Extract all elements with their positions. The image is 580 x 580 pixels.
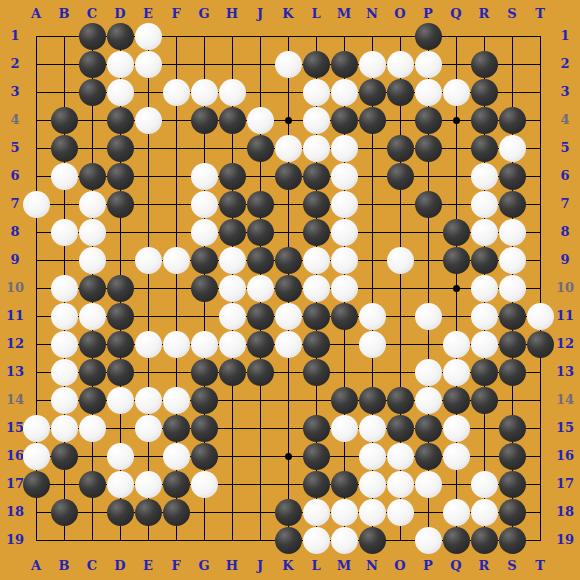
white-stone-M7[interactable]	[331, 191, 358, 218]
white-stone-N18[interactable]	[359, 499, 386, 526]
black-stone-L15[interactable]	[303, 415, 330, 442]
black-stone-H7[interactable]	[219, 191, 246, 218]
white-stone-O9[interactable]	[387, 247, 414, 274]
white-stone-O18[interactable]	[387, 499, 414, 526]
black-stone-P4[interactable]	[415, 107, 442, 134]
white-stone-F14[interactable]	[163, 387, 190, 414]
white-stone-M6[interactable]	[331, 163, 358, 190]
black-stone-C14[interactable]	[79, 387, 106, 414]
row-label-left: 14	[3, 392, 27, 408]
black-stone-K6[interactable]	[275, 163, 302, 190]
row-label-right: 2	[553, 56, 577, 72]
white-stone-R6[interactable]	[471, 163, 498, 190]
column-label-top: A	[24, 6, 48, 22]
white-stone-S5[interactable]	[499, 135, 526, 162]
black-stone-C17[interactable]	[79, 471, 106, 498]
black-stone-S7[interactable]	[499, 191, 526, 218]
black-stone-J13[interactable]	[247, 359, 274, 386]
star-point	[285, 117, 292, 124]
row-label-right: 16	[553, 448, 577, 464]
white-stone-L4[interactable]	[303, 107, 330, 134]
white-stone-G6[interactable]	[191, 163, 218, 190]
white-stone-M3[interactable]	[331, 79, 358, 106]
black-stone-S11[interactable]	[499, 303, 526, 330]
column-label-bottom: D	[108, 558, 132, 574]
black-stone-J9[interactable]	[247, 247, 274, 274]
column-label-top: N	[360, 6, 384, 22]
row-label-right: 4	[553, 112, 577, 128]
white-stone-M15[interactable]	[331, 415, 358, 442]
black-stone-N4[interactable]	[359, 107, 386, 134]
row-label-left: 3	[3, 84, 27, 100]
row-label-right: 11	[553, 308, 577, 324]
black-stone-K19[interactable]	[275, 527, 302, 554]
black-stone-D7[interactable]	[107, 191, 134, 218]
black-stone-D13[interactable]	[107, 359, 134, 386]
black-stone-R2[interactable]	[471, 51, 498, 78]
black-stone-J7[interactable]	[247, 191, 274, 218]
black-stone-S6[interactable]	[499, 163, 526, 190]
row-label-right: 13	[553, 364, 577, 380]
row-label-right: 1	[553, 28, 577, 44]
column-label-top: R	[472, 6, 496, 22]
white-stone-E2[interactable]	[135, 51, 162, 78]
column-label-top: L	[304, 6, 328, 22]
white-stone-F16[interactable]	[163, 443, 190, 470]
row-label-right: 17	[553, 476, 577, 492]
column-label-bottom: T	[528, 558, 552, 574]
white-stone-Q18[interactable]	[443, 499, 470, 526]
white-stone-D3[interactable]	[107, 79, 134, 106]
black-stone-O5[interactable]	[387, 135, 414, 162]
white-stone-B12[interactable]	[51, 331, 78, 358]
star-point	[453, 117, 460, 124]
white-stone-B8[interactable]	[51, 219, 78, 246]
white-stone-B14[interactable]	[51, 387, 78, 414]
black-stone-T12[interactable]	[527, 331, 554, 358]
black-stone-D18[interactable]	[107, 499, 134, 526]
white-stone-G12[interactable]	[191, 331, 218, 358]
black-stone-L2[interactable]	[303, 51, 330, 78]
black-stone-D11[interactable]	[107, 303, 134, 330]
black-stone-L17[interactable]	[303, 471, 330, 498]
column-label-top: E	[136, 6, 160, 22]
white-stone-K5[interactable]	[275, 135, 302, 162]
black-stone-D1[interactable]	[107, 23, 134, 50]
column-label-bottom: P	[416, 558, 440, 574]
white-stone-G3[interactable]	[191, 79, 218, 106]
star-point	[285, 453, 292, 460]
row-label-right: 19	[553, 532, 577, 548]
white-stone-A7[interactable]	[23, 191, 50, 218]
black-stone-P1[interactable]	[415, 23, 442, 50]
black-stone-Q14[interactable]	[443, 387, 470, 414]
column-label-top: G	[192, 6, 216, 22]
black-stone-R3[interactable]	[471, 79, 498, 106]
black-stone-C10[interactable]	[79, 275, 106, 302]
star-point	[453, 285, 460, 292]
white-stone-H10[interactable]	[219, 275, 246, 302]
column-label-bottom: A	[24, 558, 48, 574]
black-stone-E18[interactable]	[135, 499, 162, 526]
black-stone-G13[interactable]	[191, 359, 218, 386]
column-label-top: F	[164, 6, 188, 22]
row-label-right: 5	[553, 140, 577, 156]
black-stone-M11[interactable]	[331, 303, 358, 330]
white-stone-N15[interactable]	[359, 415, 386, 442]
row-label-right: 7	[553, 196, 577, 212]
white-stone-R7[interactable]	[471, 191, 498, 218]
column-label-top: P	[416, 6, 440, 22]
white-stone-C8[interactable]	[79, 219, 106, 246]
white-stone-D2[interactable]	[107, 51, 134, 78]
row-label-left: 5	[3, 140, 27, 156]
white-stone-H12[interactable]	[219, 331, 246, 358]
white-stone-O17[interactable]	[387, 471, 414, 498]
white-stone-O16[interactable]	[387, 443, 414, 470]
white-stone-B13[interactable]	[51, 359, 78, 386]
black-stone-S12[interactable]	[499, 331, 526, 358]
column-label-top: C	[80, 6, 104, 22]
black-stone-N14[interactable]	[359, 387, 386, 414]
black-stone-D4[interactable]	[107, 107, 134, 134]
black-stone-B18[interactable]	[51, 499, 78, 526]
column-label-top: O	[388, 6, 412, 22]
row-label-left: 12	[3, 336, 27, 352]
white-stone-P2[interactable]	[415, 51, 442, 78]
column-label-bottom: O	[388, 558, 412, 574]
white-stone-A15[interactable]	[23, 415, 50, 442]
black-stone-J11[interactable]	[247, 303, 274, 330]
black-stone-N19[interactable]	[359, 527, 386, 554]
black-stone-G9[interactable]	[191, 247, 218, 274]
white-stone-L3[interactable]	[303, 79, 330, 106]
column-label-bottom: G	[192, 558, 216, 574]
column-label-bottom: C	[80, 558, 104, 574]
column-label-top: H	[220, 6, 244, 22]
white-stone-R12[interactable]	[471, 331, 498, 358]
row-label-left: 18	[3, 504, 27, 520]
row-label-left: 4	[3, 112, 27, 128]
column-label-bottom: E	[136, 558, 160, 574]
white-stone-R11[interactable]	[471, 303, 498, 330]
white-stone-F9[interactable]	[163, 247, 190, 274]
black-stone-L8[interactable]	[303, 219, 330, 246]
black-stone-S17[interactable]	[499, 471, 526, 498]
black-stone-Q19[interactable]	[443, 527, 470, 554]
black-stone-H13[interactable]	[219, 359, 246, 386]
white-stone-B15[interactable]	[51, 415, 78, 442]
white-stone-B10[interactable]	[51, 275, 78, 302]
row-label-left: 19	[3, 532, 27, 548]
column-label-top: J	[248, 6, 272, 22]
white-stone-D17[interactable]	[107, 471, 134, 498]
white-stone-M8[interactable]	[331, 219, 358, 246]
white-stone-S8[interactable]	[499, 219, 526, 246]
white-stone-L19[interactable]	[303, 527, 330, 554]
white-stone-R17[interactable]	[471, 471, 498, 498]
black-stone-J5[interactable]	[247, 135, 274, 162]
white-stone-M19[interactable]	[331, 527, 358, 554]
white-stone-E4[interactable]	[135, 107, 162, 134]
column-label-bottom: R	[472, 558, 496, 574]
white-stone-T11[interactable]	[527, 303, 554, 330]
column-label-top: S	[500, 6, 524, 22]
white-stone-J4[interactable]	[247, 107, 274, 134]
white-stone-D14[interactable]	[107, 387, 134, 414]
column-label-bottom: Q	[444, 558, 468, 574]
white-stone-M18[interactable]	[331, 499, 358, 526]
row-label-left: 13	[3, 364, 27, 380]
black-stone-P7[interactable]	[415, 191, 442, 218]
white-stone-P17[interactable]	[415, 471, 442, 498]
black-stone-M2[interactable]	[331, 51, 358, 78]
black-stone-J12[interactable]	[247, 331, 274, 358]
black-stone-G15[interactable]	[191, 415, 218, 442]
black-stone-C1[interactable]	[79, 23, 106, 50]
black-stone-S18[interactable]	[499, 499, 526, 526]
row-label-right: 14	[553, 392, 577, 408]
row-label-right: 10	[553, 280, 577, 296]
white-stone-H3[interactable]	[219, 79, 246, 106]
black-stone-D10[interactable]	[107, 275, 134, 302]
white-stone-L18[interactable]	[303, 499, 330, 526]
row-label-right: 15	[553, 420, 577, 436]
white-stone-M9[interactable]	[331, 247, 358, 274]
row-label-right: 12	[553, 336, 577, 352]
black-stone-P16[interactable]	[415, 443, 442, 470]
white-stone-K11[interactable]	[275, 303, 302, 330]
black-stone-H8[interactable]	[219, 219, 246, 246]
white-stone-P3[interactable]	[415, 79, 442, 106]
black-stone-B4[interactable]	[51, 107, 78, 134]
black-stone-G4[interactable]	[191, 107, 218, 134]
black-stone-R14[interactable]	[471, 387, 498, 414]
white-stone-E15[interactable]	[135, 415, 162, 442]
white-stone-D16[interactable]	[107, 443, 134, 470]
black-stone-D5[interactable]	[107, 135, 134, 162]
white-stone-G7[interactable]	[191, 191, 218, 218]
black-stone-L16[interactable]	[303, 443, 330, 470]
black-stone-R13[interactable]	[471, 359, 498, 386]
row-label-left: 8	[3, 224, 27, 240]
black-stone-B16[interactable]	[51, 443, 78, 470]
white-stone-B6[interactable]	[51, 163, 78, 190]
black-stone-O3[interactable]	[387, 79, 414, 106]
white-stone-R8[interactable]	[471, 219, 498, 246]
white-stone-F12[interactable]	[163, 331, 190, 358]
black-stone-S13[interactable]	[499, 359, 526, 386]
white-stone-G17[interactable]	[191, 471, 218, 498]
white-stone-H11[interactable]	[219, 303, 246, 330]
white-stone-N2[interactable]	[359, 51, 386, 78]
black-stone-C3[interactable]	[79, 79, 106, 106]
row-label-right: 3	[553, 84, 577, 100]
black-stone-F18[interactable]	[163, 499, 190, 526]
black-stone-F15[interactable]	[163, 415, 190, 442]
white-stone-Q3[interactable]	[443, 79, 470, 106]
black-stone-M4[interactable]	[331, 107, 358, 134]
white-stone-E17[interactable]	[135, 471, 162, 498]
black-stone-G10[interactable]	[191, 275, 218, 302]
black-stone-S19[interactable]	[499, 527, 526, 554]
black-stone-P15[interactable]	[415, 415, 442, 442]
white-stone-N16[interactable]	[359, 443, 386, 470]
column-label-bottom: S	[500, 558, 524, 574]
row-label-right: 9	[553, 252, 577, 268]
white-stone-G8[interactable]	[191, 219, 218, 246]
white-stone-Q12[interactable]	[443, 331, 470, 358]
white-stone-E1[interactable]	[135, 23, 162, 50]
white-stone-B11[interactable]	[51, 303, 78, 330]
black-stone-C13[interactable]	[79, 359, 106, 386]
white-stone-C7[interactable]	[79, 191, 106, 218]
black-stone-L11[interactable]	[303, 303, 330, 330]
row-label-left: 2	[3, 56, 27, 72]
black-stone-C6[interactable]	[79, 163, 106, 190]
white-stone-R18[interactable]	[471, 499, 498, 526]
black-stone-Q9[interactable]	[443, 247, 470, 274]
black-stone-R5[interactable]	[471, 135, 498, 162]
white-stone-C11[interactable]	[79, 303, 106, 330]
black-stone-J8[interactable]	[247, 219, 274, 246]
white-stone-R10[interactable]	[471, 275, 498, 302]
white-stone-P19[interactable]	[415, 527, 442, 554]
black-stone-L13[interactable]	[303, 359, 330, 386]
black-stone-Q8[interactable]	[443, 219, 470, 246]
white-stone-C9[interactable]	[79, 247, 106, 274]
row-label-right: 6	[553, 168, 577, 184]
black-stone-S15[interactable]	[499, 415, 526, 442]
black-stone-M14[interactable]	[331, 387, 358, 414]
row-label-left: 1	[3, 28, 27, 44]
black-stone-D6[interactable]	[107, 163, 134, 190]
black-stone-L12[interactable]	[303, 331, 330, 358]
white-stone-Q16[interactable]	[443, 443, 470, 470]
column-label-bottom: H	[220, 558, 244, 574]
white-stone-K12[interactable]	[275, 331, 302, 358]
white-stone-L10[interactable]	[303, 275, 330, 302]
white-stone-H9[interactable]	[219, 247, 246, 274]
white-stone-S10[interactable]	[499, 275, 526, 302]
black-stone-H6[interactable]	[219, 163, 246, 190]
white-stone-O2[interactable]	[387, 51, 414, 78]
white-stone-L5[interactable]	[303, 135, 330, 162]
black-stone-C2[interactable]	[79, 51, 106, 78]
white-stone-Q15[interactable]	[443, 415, 470, 442]
row-label-left: 10	[3, 280, 27, 296]
column-label-bottom: F	[164, 558, 188, 574]
column-label-bottom: L	[304, 558, 328, 574]
black-stone-R9[interactable]	[471, 247, 498, 274]
white-stone-L9[interactable]	[303, 247, 330, 274]
column-label-bottom: K	[276, 558, 300, 574]
row-label-left: 9	[3, 252, 27, 268]
black-stone-O6[interactable]	[387, 163, 414, 190]
row-label-right: 8	[553, 224, 577, 240]
white-stone-C15[interactable]	[79, 415, 106, 442]
white-stone-Q13[interactable]	[443, 359, 470, 386]
white-stone-E9[interactable]	[135, 247, 162, 274]
white-stone-F3[interactable]	[163, 79, 190, 106]
white-stone-E12[interactable]	[135, 331, 162, 358]
white-stone-K2[interactable]	[275, 51, 302, 78]
white-stone-N17[interactable]	[359, 471, 386, 498]
black-stone-L7[interactable]	[303, 191, 330, 218]
black-stone-H4[interactable]	[219, 107, 246, 134]
black-stone-O14[interactable]	[387, 387, 414, 414]
white-stone-E14[interactable]	[135, 387, 162, 414]
white-stone-N11[interactable]	[359, 303, 386, 330]
black-stone-S16[interactable]	[499, 443, 526, 470]
black-stone-G16[interactable]	[191, 443, 218, 470]
column-label-top: B	[52, 6, 76, 22]
white-stone-M5[interactable]	[331, 135, 358, 162]
black-stone-O15[interactable]	[387, 415, 414, 442]
column-label-bottom: N	[360, 558, 384, 574]
row-label-left: 11	[3, 308, 27, 324]
black-stone-M17[interactable]	[331, 471, 358, 498]
black-stone-D12[interactable]	[107, 331, 134, 358]
column-label-top: Q	[444, 6, 468, 22]
black-stone-K18[interactable]	[275, 499, 302, 526]
black-stone-K9[interactable]	[275, 247, 302, 274]
black-stone-F17[interactable]	[163, 471, 190, 498]
black-stone-C12[interactable]	[79, 331, 106, 358]
white-stone-P13[interactable]	[415, 359, 442, 386]
black-stone-B5[interactable]	[51, 135, 78, 162]
white-stone-M10[interactable]	[331, 275, 358, 302]
column-label-bottom: M	[332, 558, 356, 574]
black-stone-N3[interactable]	[359, 79, 386, 106]
black-stone-A17[interactable]	[23, 471, 50, 498]
black-stone-S4[interactable]	[499, 107, 526, 134]
black-stone-R4[interactable]	[471, 107, 498, 134]
white-stone-P14[interactable]	[415, 387, 442, 414]
black-stone-R19[interactable]	[471, 527, 498, 554]
column-label-top: M	[332, 6, 356, 22]
column-label-top: D	[108, 6, 132, 22]
go-board: AABBCCDDEEFFGGHHJJKKLLMMNNOOPPQQRRSSTT11…	[0, 0, 580, 580]
black-stone-L6[interactable]	[303, 163, 330, 190]
black-stone-G14[interactable]	[191, 387, 218, 414]
black-stone-K10[interactable]	[275, 275, 302, 302]
grid-line-vertical	[540, 36, 541, 541]
white-stone-S9[interactable]	[499, 247, 526, 274]
column-label-top: K	[276, 6, 300, 22]
white-stone-N12[interactable]	[359, 331, 386, 358]
white-stone-A16[interactable]	[23, 443, 50, 470]
row-label-right: 18	[553, 504, 577, 520]
column-label-top: T	[528, 6, 552, 22]
column-label-bottom: B	[52, 558, 76, 574]
column-label-bottom: J	[248, 558, 272, 574]
white-stone-P11[interactable]	[415, 303, 442, 330]
row-label-left: 6	[3, 168, 27, 184]
white-stone-J10[interactable]	[247, 275, 274, 302]
black-stone-P5[interactable]	[415, 135, 442, 162]
